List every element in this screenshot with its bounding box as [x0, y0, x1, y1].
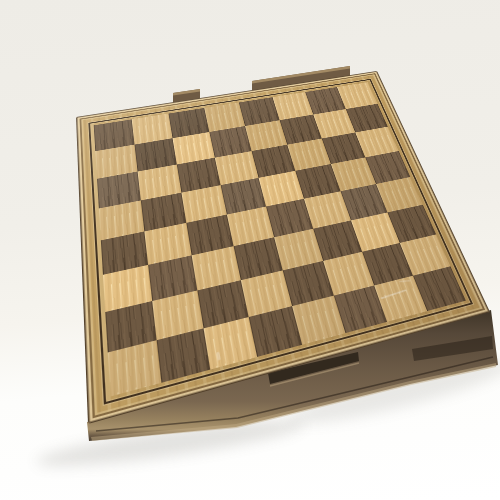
chessboard-photo: [0, 0, 500, 500]
